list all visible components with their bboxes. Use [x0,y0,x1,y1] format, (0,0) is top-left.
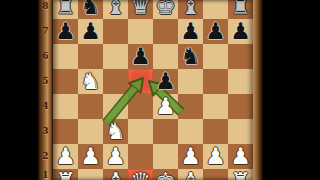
piece-white-rook-a1[interactable]: ♜ [53,169,78,180]
square-b2[interactable]: ♟ [78,144,103,169]
rank-label-5: 5 [38,77,53,86]
square-f1[interactable]: ♝ [178,169,203,180]
piece-white-pawn-h2[interactable]: ♟ [228,144,253,169]
piece-white-pawn-b2[interactable]: ♟ [78,144,103,169]
piece-white-knight-c3[interactable]: ♞ [103,119,128,144]
square-h7[interactable]: ♟ [228,19,253,44]
square-g1[interactable] [203,169,228,180]
piece-black-knight-b8[interactable]: ♞ [78,0,103,19]
square-e7[interactable] [153,19,178,44]
square-a6[interactable] [53,44,78,69]
square-d5[interactable] [128,69,153,94]
square-d8[interactable]: ♛ [128,0,153,19]
square-b6[interactable] [78,44,103,69]
piece-black-queen-d8[interactable]: ♛ [128,0,153,19]
square-c6[interactable] [103,44,128,69]
piece-white-pawn-g2[interactable]: ♟ [203,144,228,169]
square-a2[interactable]: ♟ [53,144,78,169]
square-b3[interactable] [78,119,103,144]
square-g4[interactable] [203,94,228,119]
square-d7[interactable] [128,19,153,44]
square-h2[interactable]: ♟ [228,144,253,169]
piece-white-queen-d1[interactable]: ♛ [128,169,153,180]
square-f4[interactable] [178,94,203,119]
square-h4[interactable] [228,94,253,119]
square-b5[interactable]: ♞ [78,69,103,94]
piece-black-pawn-b7[interactable]: ♟ [78,19,103,44]
square-c4[interactable] [103,94,128,119]
square-g3[interactable] [203,119,228,144]
chess-app-canvas: ♜♞♝♛♚♝♜♟♟♟♟♟♟♞♞♟♟♞♟♟♟♟♟♟♜♝♛♚♝♜ 87654321 [0,0,320,180]
piece-black-pawn-f7[interactable]: ♟ [178,19,203,44]
piece-black-rook-a8[interactable]: ♜ [53,0,78,19]
square-c8[interactable]: ♝ [103,0,128,19]
square-c5[interactable] [103,69,128,94]
piece-white-pawn-e4[interactable]: ♟ [153,94,178,119]
square-a3[interactable] [53,119,78,144]
piece-black-rook-h8[interactable]: ♜ [228,0,253,19]
square-f5[interactable] [178,69,203,94]
piece-black-pawn-h7[interactable]: ♟ [228,19,253,44]
square-h8[interactable]: ♜ [228,0,253,19]
square-a4[interactable] [53,94,78,119]
piece-white-bishop-f1[interactable]: ♝ [178,169,203,180]
piece-white-pawn-f2[interactable]: ♟ [178,144,203,169]
square-f6[interactable]: ♞ [178,44,203,69]
piece-white-pawn-a2[interactable]: ♟ [53,144,78,169]
square-f7[interactable]: ♟ [178,19,203,44]
square-d4[interactable] [128,94,153,119]
piece-white-rook-h1[interactable]: ♜ [228,169,253,180]
rank-label-3: 3 [38,127,53,136]
square-f8[interactable]: ♝ [178,0,203,19]
piece-black-pawn-g7[interactable]: ♟ [203,19,228,44]
piece-white-bishop-c1[interactable]: ♝ [103,169,128,180]
board-frame-right [253,0,263,180]
square-g2[interactable]: ♟ [203,144,228,169]
square-h1[interactable]: ♜ [228,169,253,180]
square-g5[interactable] [203,69,228,94]
square-c7[interactable] [103,19,128,44]
square-d3[interactable] [128,119,153,144]
square-e8[interactable]: ♚ [153,0,178,19]
rank-label-6: 6 [38,52,53,61]
square-d1[interactable]: ♛ [128,169,153,180]
piece-black-pawn-e5[interactable]: ♟ [153,69,178,94]
square-c3[interactable]: ♞ [103,119,128,144]
piece-black-knight-f6[interactable]: ♞ [178,44,203,69]
square-c2[interactable]: ♟ [103,144,128,169]
square-b4[interactable] [78,94,103,119]
piece-white-pawn-c2[interactable]: ♟ [103,144,128,169]
piece-white-king-e1[interactable]: ♚ [153,169,178,180]
square-a8[interactable]: ♜ [53,0,78,19]
square-b7[interactable]: ♟ [78,19,103,44]
square-h6[interactable] [228,44,253,69]
square-a1[interactable]: ♜ [53,169,78,180]
rank-label-7: 7 [38,27,53,36]
square-f3[interactable] [178,119,203,144]
square-h5[interactable] [228,69,253,94]
square-e5[interactable]: ♟ [153,69,178,94]
square-g8[interactable] [203,0,228,19]
square-e3[interactable] [153,119,178,144]
square-a5[interactable] [53,69,78,94]
square-g7[interactable]: ♟ [203,19,228,44]
square-c1[interactable]: ♝ [103,169,128,180]
square-h3[interactable] [228,119,253,144]
piece-black-pawn-d6[interactable]: ♟ [128,44,153,69]
piece-black-bishop-f8[interactable]: ♝ [178,0,203,19]
rank-label-8: 8 [38,2,53,11]
square-b1[interactable] [78,169,103,180]
piece-white-knight-b5[interactable]: ♞ [78,69,103,94]
chess-board: ♜♞♝♛♚♝♜♟♟♟♟♟♟♞♞♟♟♞♟♟♟♟♟♟♜♝♛♚♝♜ [53,0,253,180]
rank-label-2: 2 [38,152,53,161]
piece-black-king-e8[interactable]: ♚ [153,0,178,19]
square-f2[interactable]: ♟ [178,144,203,169]
piece-black-pawn-a7[interactable]: ♟ [53,19,78,44]
square-g6[interactable] [203,44,228,69]
square-d6[interactable]: ♟ [128,44,153,69]
piece-black-bishop-c8[interactable]: ♝ [103,0,128,19]
rank-label-1: 1 [38,171,53,180]
square-e6[interactable] [153,44,178,69]
square-b8[interactable]: ♞ [78,0,103,19]
square-e2[interactable] [153,144,178,169]
rank-label-4: 4 [38,102,53,111]
square-e1[interactable]: ♚ [153,169,178,180]
square-e4[interactable]: ♟ [153,94,178,119]
square-a7[interactable]: ♟ [53,19,78,44]
square-d2[interactable] [128,144,153,169]
